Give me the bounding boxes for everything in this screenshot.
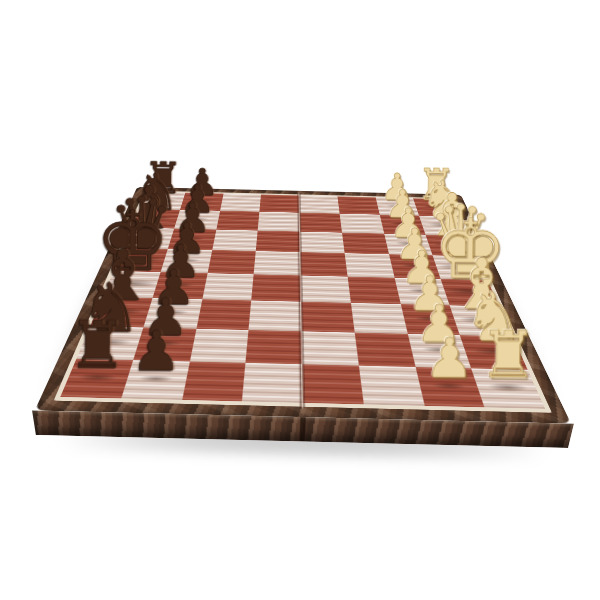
- square-g5: [246, 330, 302, 365]
- square-e6: [202, 273, 254, 300]
- square-f5: [249, 300, 302, 331]
- square-e3: [347, 277, 400, 304]
- square-d4: [300, 252, 347, 276]
- square-d5: [254, 251, 301, 275]
- square-a6: [220, 194, 261, 212]
- square-g3: [354, 332, 415, 367]
- square-g4: [302, 331, 359, 366]
- square-b4: [300, 213, 342, 233]
- black-rook-glyph: ♜: [68, 312, 128, 378]
- perspective-scene: ♜♟♟♜♞♟♟♞♝♟♟♝♛♟♟♛♚♟♟♚♝♟♟♝♞♟♟♞♜♟♟♜: [0, 0, 600, 600]
- square-a3: [337, 196, 379, 214]
- square-c6: [212, 229, 258, 251]
- square-e4: [301, 275, 351, 302]
- white-pawn-glyph: ♟: [424, 330, 474, 385]
- square-d3: [344, 253, 394, 277]
- square-e5: [251, 274, 301, 301]
- square-b6: [216, 211, 260, 231]
- square-c5: [256, 230, 300, 252]
- square-f6: [196, 299, 251, 330]
- square-h4: [302, 364, 363, 404]
- chess-board: ♜♟♟♜♞♟♟♞♝♟♟♝♛♟♟♛♚♟♟♚♝♟♟♝♞♟♟♞♜♟♟♜: [35, 187, 572, 424]
- square-c4: [300, 231, 345, 253]
- square-c3: [342, 232, 389, 254]
- white-rook-glyph: ♜: [478, 322, 537, 388]
- square-a5: [260, 195, 300, 213]
- square-a4: [299, 196, 339, 214]
- square-b3: [339, 214, 383, 234]
- square-b5: [258, 212, 300, 232]
- square-h6: [182, 362, 246, 402]
- square-d6: [207, 250, 256, 274]
- square-f4: [301, 302, 354, 333]
- box-hinge-gap: [299, 417, 305, 441]
- square-f3: [351, 303, 408, 334]
- square-h3: [359, 366, 425, 406]
- photo-background: ♜♟♟♜♞♟♟♞♝♟♟♝♛♟♟♛♚♟♟♚♝♟♟♝♞♟♟♞♜♟♟♜: [0, 0, 600, 600]
- black-pawn-glyph: ♟: [131, 323, 181, 378]
- square-g6: [189, 328, 249, 363]
- square-h5: [242, 363, 303, 403]
